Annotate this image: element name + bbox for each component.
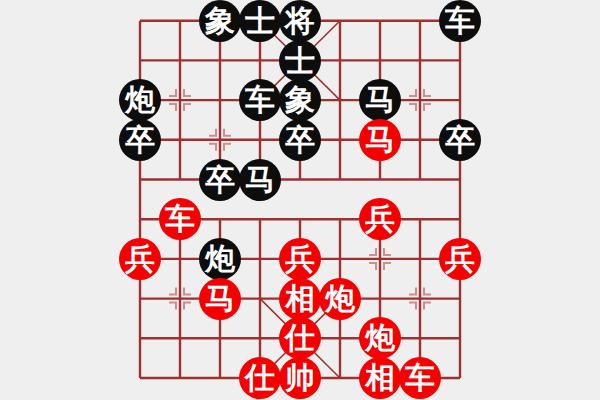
xiangqi-board: 象士将车士炮车象马卒卒马卒卒马车兵兵炮兵兵马相炮仕炮仕帅相车 <box>0 0 600 400</box>
piece-black-elephant[interactable]: 象 <box>279 79 321 121</box>
piece-red-soldier[interactable]: 兵 <box>119 238 161 280</box>
piece-red-soldier[interactable]: 兵 <box>279 238 321 280</box>
piece-red-general[interactable]: 帅 <box>279 357 321 399</box>
piece-black-soldier[interactable]: 卒 <box>199 159 241 201</box>
piece-black-horse[interactable]: 马 <box>359 79 401 121</box>
piece-red-soldier[interactable]: 兵 <box>359 198 401 240</box>
piece-black-advisor[interactable]: 士 <box>279 40 321 82</box>
piece-red-soldier[interactable]: 兵 <box>439 238 481 280</box>
piece-red-advisor[interactable]: 仕 <box>279 317 321 359</box>
piece-black-general[interactable]: 将 <box>279 0 321 42</box>
piece-red-chariot[interactable]: 车 <box>399 357 441 399</box>
piece-black-cannon[interactable]: 炮 <box>119 79 161 121</box>
piece-red-cannon[interactable]: 炮 <box>359 317 401 359</box>
piece-red-horse[interactable]: 马 <box>359 119 401 161</box>
piece-black-advisor[interactable]: 士 <box>239 0 281 42</box>
piece-black-soldier[interactable]: 卒 <box>119 119 161 161</box>
piece-black-soldier[interactable]: 卒 <box>439 119 481 161</box>
board-intersections[interactable]: 象士将车士炮车象马卒卒马卒卒马车兵兵炮兵兵马相炮仕炮仕帅相车 <box>120 1 480 398</box>
piece-red-elephant[interactable]: 相 <box>279 278 321 320</box>
piece-black-horse[interactable]: 马 <box>239 159 281 201</box>
piece-red-chariot[interactable]: 车 <box>159 198 201 240</box>
piece-black-elephant[interactable]: 象 <box>199 0 241 42</box>
piece-red-horse[interactable]: 马 <box>199 278 241 320</box>
piece-black-soldier[interactable]: 卒 <box>279 119 321 161</box>
piece-black-cannon[interactable]: 炮 <box>199 238 241 280</box>
piece-black-chariot[interactable]: 车 <box>239 79 281 121</box>
piece-black-chariot[interactable]: 车 <box>439 0 481 42</box>
piece-red-cannon[interactable]: 炮 <box>319 278 361 320</box>
piece-red-elephant[interactable]: 相 <box>359 357 401 399</box>
piece-red-advisor[interactable]: 仕 <box>239 357 281 399</box>
